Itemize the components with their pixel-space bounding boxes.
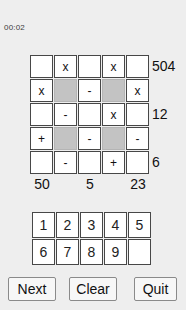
- numpad: 123456789: [32, 212, 151, 265]
- entry-cell-r5c1[interactable]: [30, 151, 53, 174]
- entry-cell-r1c5[interactable]: [126, 55, 149, 78]
- quit-button[interactable]: Quit: [134, 277, 177, 301]
- numpad-key-3[interactable]: 3: [80, 212, 103, 238]
- numpad-key-4[interactable]: 4: [104, 212, 127, 238]
- operator-cell: x: [102, 103, 125, 126]
- row-target-1: 504: [152, 55, 175, 78]
- operator-cell: -: [78, 79, 101, 102]
- entry-cell-r3c1[interactable]: [30, 103, 53, 126]
- operator-cell: -: [78, 127, 101, 150]
- numpad-key-9[interactable]: 9: [104, 239, 127, 265]
- timer: 00:02: [4, 23, 25, 32]
- numpad-key-5[interactable]: 5: [128, 212, 151, 238]
- row-target-3: 6: [152, 151, 160, 174]
- entry-cell-r3c5[interactable]: [126, 103, 149, 126]
- col-target-2: 5: [78, 177, 102, 192]
- numpad-key-6[interactable]: 6: [32, 239, 55, 265]
- block-cell: [54, 79, 77, 102]
- next-button[interactable]: Next: [8, 277, 56, 301]
- numpad-key-8[interactable]: 8: [80, 239, 103, 265]
- numpad-blank: [128, 239, 151, 265]
- operator-cell: -: [54, 151, 77, 174]
- numpad-key-2[interactable]: 2: [56, 212, 79, 238]
- numpad-key-7[interactable]: 7: [56, 239, 79, 265]
- numpad-key-1[interactable]: 1: [32, 212, 55, 238]
- entry-cell-r5c3[interactable]: [78, 151, 101, 174]
- operator-cell: x: [126, 79, 149, 102]
- operator-cell: +: [102, 151, 125, 174]
- operator-cell: -: [126, 127, 149, 150]
- operator-cell: x: [102, 55, 125, 78]
- puzzle-board: xxx-x-x+---+: [30, 55, 149, 174]
- clear-button[interactable]: Clear: [69, 277, 117, 301]
- entry-cell-r3c3[interactable]: [78, 103, 101, 126]
- col-target-3: 23: [126, 177, 150, 192]
- col-target-1: 50: [30, 177, 54, 192]
- operator-cell: x: [30, 79, 53, 102]
- entry-cell-r1c1[interactable]: [30, 55, 53, 78]
- block-cell: [102, 127, 125, 150]
- operator-cell: +: [30, 127, 53, 150]
- row-target-2: 12: [152, 103, 168, 126]
- entry-cell-r5c5[interactable]: [126, 151, 149, 174]
- operator-cell: x: [54, 55, 77, 78]
- block-cell: [102, 79, 125, 102]
- operator-cell: -: [54, 103, 77, 126]
- entry-cell-r1c3[interactable]: [78, 55, 101, 78]
- block-cell: [54, 127, 77, 150]
